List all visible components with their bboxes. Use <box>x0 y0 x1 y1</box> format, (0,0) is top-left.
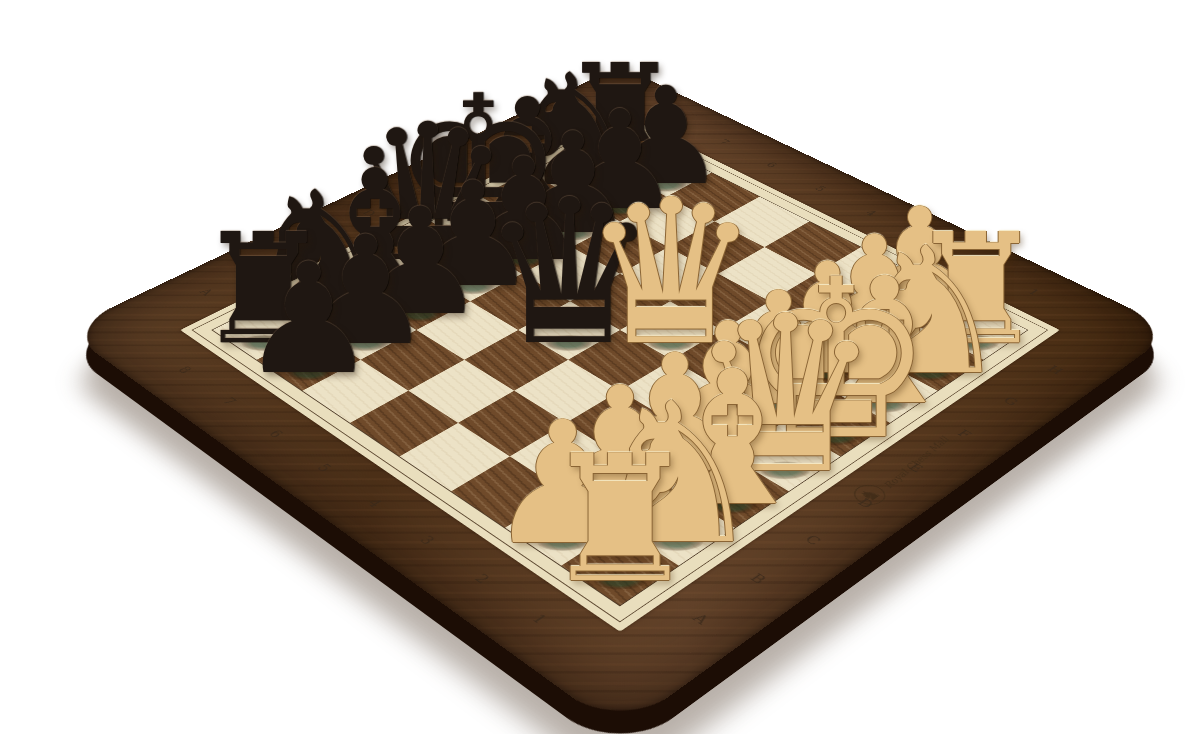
white-rook-a1[interactable]: ♜ <box>541 432 698 607</box>
chess-scene: AA11BB22CC33DD44EE55FF66GG77HH88 ♞ Royal… <box>0 0 1200 734</box>
coordinate-label-5: 5 <box>313 461 335 474</box>
black-pawn-a7[interactable]: ♟ <box>240 243 377 396</box>
coordinate-label-H: H <box>1044 363 1066 376</box>
coordinate-label-6: 6 <box>265 428 287 441</box>
coordinate-label-8: 8 <box>174 364 195 376</box>
coordinate-label-4: 4 <box>363 496 385 510</box>
coordinate-label-3: 3 <box>416 533 439 547</box>
coordinate-label-5: 5 <box>812 184 829 193</box>
coordinate-label-6: 6 <box>763 160 780 169</box>
coordinate-label-7: 7 <box>219 395 240 407</box>
